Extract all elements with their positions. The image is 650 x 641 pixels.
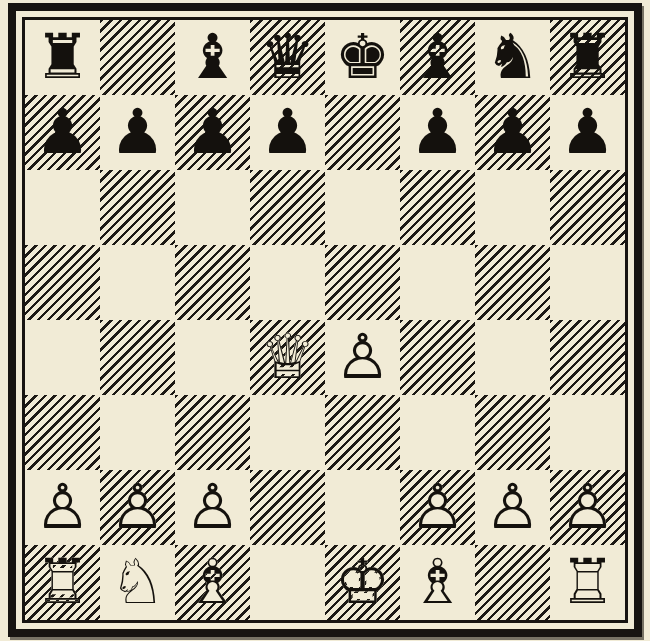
square-d8: ♛ — [250, 20, 325, 95]
square-h6 — [550, 170, 625, 245]
square-c6 — [175, 170, 250, 245]
piece-glyph: ♛ — [260, 25, 316, 87]
white-queen: ♛♕ — [250, 320, 325, 395]
chess-board: ♜♝♛♚♝♞♜♟♟♟♟♟♟♟♛♕♟♙♟♙♟♙♟♙♟♙♟♙♟♙♜♖♞♘♝♗♚♔♝♗… — [25, 20, 625, 620]
black-pawn: ♟ — [250, 95, 325, 170]
square-d3 — [250, 395, 325, 470]
square-a1: ♜♖ — [25, 545, 100, 620]
piece-glyph: ♙ — [560, 475, 616, 537]
piece-glyph: ♙ — [35, 475, 91, 537]
piece-glyph: ♗ — [185, 550, 241, 612]
square-b4 — [100, 320, 175, 395]
square-c4 — [175, 320, 250, 395]
black-rook: ♜ — [25, 20, 100, 95]
square-a4 — [25, 320, 100, 395]
piece-glyph: ♕ — [260, 325, 316, 387]
white-pawn: ♟♙ — [475, 470, 550, 545]
square-d5 — [250, 245, 325, 320]
square-c8: ♝ — [175, 20, 250, 95]
piece-glyph: ♟ — [560, 100, 616, 162]
piece-glyph: ♟ — [185, 100, 241, 162]
square-e2 — [325, 470, 400, 545]
piece-glyph: ♙ — [410, 475, 466, 537]
piece-glyph: ♟ — [485, 100, 541, 162]
piece-glyph: ♜ — [560, 25, 616, 87]
square-f4 — [400, 320, 475, 395]
square-g2: ♟♙ — [475, 470, 550, 545]
white-rook: ♜♖ — [550, 545, 625, 620]
square-g7: ♟ — [475, 95, 550, 170]
square-e4: ♟♙ — [325, 320, 400, 395]
black-queen: ♛ — [250, 20, 325, 95]
square-g4 — [475, 320, 550, 395]
white-pawn: ♟♙ — [25, 470, 100, 545]
piece-glyph: ♟ — [410, 100, 466, 162]
square-a7: ♟ — [25, 95, 100, 170]
piece-glyph: ♜ — [35, 25, 91, 87]
square-c1: ♝♗ — [175, 545, 250, 620]
square-b8 — [100, 20, 175, 95]
square-h7: ♟ — [550, 95, 625, 170]
square-e5 — [325, 245, 400, 320]
black-pawn: ♟ — [550, 95, 625, 170]
piece-glyph: ♙ — [335, 325, 391, 387]
piece-glyph: ♞ — [485, 25, 541, 87]
board-mat: ♜♝♛♚♝♞♜♟♟♟♟♟♟♟♛♕♟♙♟♙♟♙♟♙♟♙♟♙♟♙♜♖♞♘♝♗♚♔♝♗… — [16, 11, 634, 629]
black-bishop: ♝ — [175, 20, 250, 95]
white-pawn: ♟♙ — [325, 320, 400, 395]
piece-glyph: ♖ — [35, 550, 91, 612]
board-frame: ♜♝♛♚♝♞♜♟♟♟♟♟♟♟♛♕♟♙♟♙♟♙♟♙♟♙♟♙♟♙♜♖♞♘♝♗♚♔♝♗… — [8, 3, 642, 637]
white-bishop: ♝♗ — [400, 545, 475, 620]
square-f1: ♝♗ — [400, 545, 475, 620]
square-e1: ♚♔ — [325, 545, 400, 620]
white-pawn: ♟♙ — [100, 470, 175, 545]
black-bishop: ♝ — [400, 20, 475, 95]
square-b3 — [100, 395, 175, 470]
square-g3 — [475, 395, 550, 470]
square-b1: ♞♘ — [100, 545, 175, 620]
black-pawn: ♟ — [400, 95, 475, 170]
square-c5 — [175, 245, 250, 320]
square-b2: ♟♙ — [100, 470, 175, 545]
piece-glyph: ♙ — [185, 475, 241, 537]
square-e7 — [325, 95, 400, 170]
square-g6 — [475, 170, 550, 245]
square-a5 — [25, 245, 100, 320]
square-g1 — [475, 545, 550, 620]
square-d6 — [250, 170, 325, 245]
square-h3 — [550, 395, 625, 470]
white-knight: ♞♘ — [100, 545, 175, 620]
square-f6 — [400, 170, 475, 245]
piece-glyph: ♖ — [560, 550, 616, 612]
square-c3 — [175, 395, 250, 470]
white-bishop: ♝♗ — [175, 545, 250, 620]
square-g5 — [475, 245, 550, 320]
square-a3 — [25, 395, 100, 470]
square-e8: ♚ — [325, 20, 400, 95]
square-h2: ♟♙ — [550, 470, 625, 545]
square-b6 — [100, 170, 175, 245]
square-h8: ♜ — [550, 20, 625, 95]
square-b5 — [100, 245, 175, 320]
square-f5 — [400, 245, 475, 320]
square-c7: ♟ — [175, 95, 250, 170]
square-f8: ♝ — [400, 20, 475, 95]
white-pawn: ♟♙ — [550, 470, 625, 545]
piece-glyph: ♝ — [410, 25, 466, 87]
black-king: ♚ — [325, 20, 400, 95]
white-rook: ♜♖ — [25, 545, 100, 620]
white-pawn: ♟♙ — [175, 470, 250, 545]
piece-glyph: ♟ — [35, 100, 91, 162]
black-rook: ♜ — [550, 20, 625, 95]
square-e3 — [325, 395, 400, 470]
square-f3 — [400, 395, 475, 470]
piece-glyph: ♔ — [335, 550, 391, 612]
piece-glyph: ♚ — [335, 25, 391, 87]
piece-glyph: ♙ — [110, 475, 166, 537]
piece-glyph: ♘ — [110, 550, 166, 612]
square-e6 — [325, 170, 400, 245]
piece-glyph: ♙ — [485, 475, 541, 537]
square-a2: ♟♙ — [25, 470, 100, 545]
square-h1: ♜♖ — [550, 545, 625, 620]
board-inner-border: ♜♝♛♚♝♞♜♟♟♟♟♟♟♟♛♕♟♙♟♙♟♙♟♙♟♙♟♙♟♙♜♖♞♘♝♗♚♔♝♗… — [22, 17, 628, 623]
square-d2 — [250, 470, 325, 545]
white-king: ♚♔ — [325, 545, 400, 620]
chess-diagram: ♜♝♛♚♝♞♜♟♟♟♟♟♟♟♛♕♟♙♟♙♟♙♟♙♟♙♟♙♟♙♜♖♞♘♝♗♚♔♝♗… — [0, 0, 650, 641]
black-pawn: ♟ — [25, 95, 100, 170]
square-h5 — [550, 245, 625, 320]
square-a8: ♜ — [25, 20, 100, 95]
black-pawn: ♟ — [175, 95, 250, 170]
piece-glyph: ♟ — [110, 100, 166, 162]
square-f7: ♟ — [400, 95, 475, 170]
black-pawn: ♟ — [100, 95, 175, 170]
square-b7: ♟ — [100, 95, 175, 170]
black-pawn: ♟ — [475, 95, 550, 170]
square-f2: ♟♙ — [400, 470, 475, 545]
square-c2: ♟♙ — [175, 470, 250, 545]
square-d1 — [250, 545, 325, 620]
square-a6 — [25, 170, 100, 245]
square-g8: ♞ — [475, 20, 550, 95]
square-d4: ♛♕ — [250, 320, 325, 395]
square-h4 — [550, 320, 625, 395]
square-d7: ♟ — [250, 95, 325, 170]
piece-glyph: ♗ — [410, 550, 466, 612]
white-pawn: ♟♙ — [400, 470, 475, 545]
piece-glyph: ♝ — [185, 25, 241, 87]
piece-glyph: ♟ — [260, 100, 316, 162]
black-knight: ♞ — [475, 20, 550, 95]
